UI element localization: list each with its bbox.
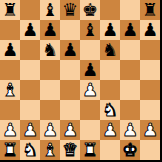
square-g1[interactable]: ♚: [120, 140, 140, 160]
square-g3[interactable]: [120, 100, 140, 120]
square-a6[interactable]: ♟: [0, 40, 20, 60]
black-pawn[interactable]: ♟: [82, 60, 98, 80]
black-pawn[interactable]: ♟: [102, 20, 118, 40]
black-rook[interactable]: ♜: [2, 0, 18, 20]
square-b1[interactable]: ♞: [20, 140, 40, 160]
square-a5[interactable]: [0, 60, 20, 80]
square-d1[interactable]: ♛: [60, 140, 80, 160]
black-king[interactable]: ♚: [82, 0, 98, 20]
square-e6[interactable]: [80, 40, 100, 60]
square-d8[interactable]: ♛: [60, 0, 80, 20]
square-e3[interactable]: [80, 100, 100, 120]
square-h4[interactable]: [140, 80, 160, 100]
square-c7[interactable]: ♟: [40, 20, 60, 40]
square-g8[interactable]: [120, 0, 140, 20]
square-g7[interactable]: ♟: [120, 20, 140, 40]
square-f8[interactable]: [100, 0, 120, 20]
square-h5[interactable]: [140, 60, 160, 80]
square-g5[interactable]: [120, 60, 140, 80]
white-knight[interactable]: ♞: [22, 140, 38, 160]
square-e7[interactable]: ♝: [80, 20, 100, 40]
black-bishop[interactable]: ♝: [42, 0, 58, 20]
square-f6[interactable]: ♞: [100, 40, 120, 60]
square-f2[interactable]: ♟: [100, 120, 120, 140]
square-e2[interactable]: [80, 120, 100, 140]
square-g2[interactable]: ♟: [120, 120, 140, 140]
white-king[interactable]: ♚: [122, 140, 138, 160]
square-a8[interactable]: ♜: [0, 0, 20, 20]
square-h7[interactable]: ♟: [140, 20, 160, 40]
black-pawn[interactable]: ♟: [62, 40, 78, 60]
square-c3[interactable]: [40, 100, 60, 120]
square-e8[interactable]: ♚: [80, 0, 100, 20]
square-b7[interactable]: ♟: [20, 20, 40, 40]
white-bishop[interactable]: ♝: [42, 140, 58, 160]
square-d3[interactable]: [60, 100, 80, 120]
square-d5[interactable]: [60, 60, 80, 80]
square-c2[interactable]: ♟: [40, 120, 60, 140]
square-c6[interactable]: ♞: [40, 40, 60, 60]
square-h6[interactable]: [140, 40, 160, 60]
square-h8[interactable]: ♜: [140, 0, 160, 20]
square-a7[interactable]: [0, 20, 20, 40]
square-c4[interactable]: [40, 80, 60, 100]
black-knight[interactable]: ♞: [102, 40, 118, 60]
square-a3[interactable]: [0, 100, 20, 120]
square-f3[interactable]: ♞: [100, 100, 120, 120]
black-bishop[interactable]: ♝: [82, 20, 98, 40]
square-f5[interactable]: [100, 60, 120, 80]
square-b6[interactable]: [20, 40, 40, 60]
white-bishop[interactable]: ♝: [2, 80, 18, 100]
black-pawn[interactable]: ♟: [42, 20, 58, 40]
square-d2[interactable]: ♟: [60, 120, 80, 140]
white-rook[interactable]: ♜: [2, 140, 18, 160]
square-h1[interactable]: [140, 140, 160, 160]
white-knight[interactable]: ♞: [102, 100, 118, 120]
square-f7[interactable]: ♟: [100, 20, 120, 40]
chess-board: ♜♝♛♚♜♟♟♝♟♟♟♟♞♟♞♟♝♟♞♟♟♟♟♟♟♟♜♞♝♛♜♚: [0, 0, 160, 160]
square-b3[interactable]: [20, 100, 40, 120]
square-d4[interactable]: [60, 80, 80, 100]
square-b8[interactable]: [20, 0, 40, 20]
white-pawn[interactable]: ♟: [142, 120, 158, 140]
square-c5[interactable]: [40, 60, 60, 80]
white-pawn[interactable]: ♟: [122, 120, 138, 140]
square-a1[interactable]: ♜: [0, 140, 20, 160]
square-e5[interactable]: ♟: [80, 60, 100, 80]
square-b2[interactable]: ♟: [20, 120, 40, 140]
black-knight[interactable]: ♞: [42, 40, 58, 60]
square-b5[interactable]: [20, 60, 40, 80]
square-c1[interactable]: ♝: [40, 140, 60, 160]
square-c8[interactable]: ♝: [40, 0, 60, 20]
square-b4[interactable]: [20, 80, 40, 100]
black-pawn[interactable]: ♟: [22, 20, 38, 40]
square-e1[interactable]: ♜: [80, 140, 100, 160]
square-f4[interactable]: [100, 80, 120, 100]
square-d6[interactable]: ♟: [60, 40, 80, 60]
black-pawn[interactable]: ♟: [122, 20, 138, 40]
white-pawn[interactable]: ♟: [102, 120, 118, 140]
white-rook[interactable]: ♜: [82, 140, 98, 160]
black-rook[interactable]: ♜: [142, 0, 158, 20]
board-frame: ♜♝♛♚♜♟♟♝♟♟♟♟♞♟♞♟♝♟♞♟♟♟♟♟♟♟♜♞♝♛♜♚: [0, 0, 162, 162]
black-pawn[interactable]: ♟: [2, 40, 18, 60]
square-h2[interactable]: ♟: [140, 120, 160, 140]
square-a2[interactable]: ♟: [0, 120, 20, 140]
white-pawn[interactable]: ♟: [62, 120, 78, 140]
square-g4[interactable]: [120, 80, 140, 100]
black-queen[interactable]: ♛: [62, 0, 78, 20]
square-f1[interactable]: [100, 140, 120, 160]
square-g6[interactable]: [120, 40, 140, 60]
white-pawn[interactable]: ♟: [22, 120, 38, 140]
square-d7[interactable]: [60, 20, 80, 40]
square-a4[interactable]: ♝: [0, 80, 20, 100]
square-h3[interactable]: [140, 100, 160, 120]
white-pawn[interactable]: ♟: [42, 120, 58, 140]
white-queen[interactable]: ♛: [62, 140, 78, 160]
black-pawn[interactable]: ♟: [142, 20, 158, 40]
square-e4[interactable]: ♟: [80, 80, 100, 100]
white-pawn[interactable]: ♟: [2, 120, 18, 140]
white-pawn[interactable]: ♟: [82, 80, 98, 100]
